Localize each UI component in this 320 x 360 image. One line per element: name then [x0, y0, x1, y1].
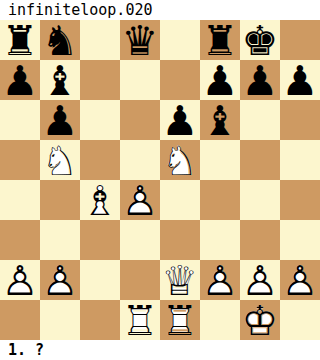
- white-pawn-piece: ♟♙: [120, 180, 160, 220]
- square-e8[interactable]: [160, 20, 200, 60]
- square-d3[interactable]: [120, 220, 160, 260]
- square-b7[interactable]: ♝: [40, 60, 80, 100]
- square-e2[interactable]: ♛♕: [160, 260, 200, 300]
- square-h8[interactable]: [280, 20, 320, 60]
- square-b4[interactable]: [40, 180, 80, 220]
- black-rook-piece: ♜: [0, 20, 40, 60]
- square-f1[interactable]: [200, 300, 240, 340]
- black-pawn-piece: ♟: [160, 100, 200, 140]
- square-a6[interactable]: [0, 100, 40, 140]
- square-g6[interactable]: [240, 100, 280, 140]
- black-bishop-piece: ♝: [200, 100, 240, 140]
- black-pawn-piece: ♟: [200, 60, 240, 100]
- square-d2[interactable]: [120, 260, 160, 300]
- white-king-piece: ♚♔: [240, 300, 280, 340]
- square-d1[interactable]: ♜♖: [120, 300, 160, 340]
- square-e7[interactable]: [160, 60, 200, 100]
- square-f5[interactable]: [200, 140, 240, 180]
- square-h4[interactable]: [280, 180, 320, 220]
- square-g1[interactable]: ♚♔: [240, 300, 280, 340]
- black-rook-piece: ♜: [200, 20, 240, 60]
- square-b8[interactable]: ♞: [40, 20, 80, 60]
- square-b6[interactable]: ♟: [40, 100, 80, 140]
- square-d7[interactable]: [120, 60, 160, 100]
- square-e6[interactable]: ♟: [160, 100, 200, 140]
- square-c3[interactable]: [80, 220, 120, 260]
- square-g8[interactable]: ♚: [240, 20, 280, 60]
- square-h7[interactable]: ♟: [280, 60, 320, 100]
- square-c8[interactable]: [80, 20, 120, 60]
- square-a2[interactable]: ♟♙: [0, 260, 40, 300]
- square-a4[interactable]: [0, 180, 40, 220]
- square-b5[interactable]: ♞♘: [40, 140, 80, 180]
- white-rook-piece: ♜♖: [120, 300, 160, 340]
- square-d6[interactable]: [120, 100, 160, 140]
- square-b1[interactable]: [40, 300, 80, 340]
- square-f8[interactable]: ♜: [200, 20, 240, 60]
- square-c1[interactable]: [80, 300, 120, 340]
- square-d4[interactable]: ♟♙: [120, 180, 160, 220]
- square-g4[interactable]: [240, 180, 280, 220]
- white-pawn-piece: ♟♙: [280, 260, 320, 300]
- square-f6[interactable]: ♝: [200, 100, 240, 140]
- chess-board: ♜♞♛♜♚♟♝♟♟♟♟♟♝♞♘♞♘♝♗♟♙♟♙♟♙♛♕♟♙♟♙♟♙♜♖♜♖♚♔: [0, 20, 320, 340]
- black-queen-piece: ♛: [120, 20, 160, 60]
- square-a7[interactable]: ♟: [0, 60, 40, 100]
- square-a1[interactable]: [0, 300, 40, 340]
- square-c7[interactable]: [80, 60, 120, 100]
- square-h6[interactable]: [280, 100, 320, 140]
- black-pawn-piece: ♟: [280, 60, 320, 100]
- black-pawn-piece: ♟: [240, 60, 280, 100]
- white-pawn-piece: ♟♙: [200, 260, 240, 300]
- square-a5[interactable]: [0, 140, 40, 180]
- white-pawn-piece: ♟♙: [0, 260, 40, 300]
- square-c6[interactable]: [80, 100, 120, 140]
- square-a8[interactable]: ♜: [0, 20, 40, 60]
- white-bishop-piece: ♝♗: [80, 180, 120, 220]
- black-pawn-piece: ♟: [40, 100, 80, 140]
- square-g2[interactable]: ♟♙: [240, 260, 280, 300]
- square-c4[interactable]: ♝♗: [80, 180, 120, 220]
- square-e4[interactable]: [160, 180, 200, 220]
- white-queen-piece: ♛♕: [160, 260, 200, 300]
- black-king-piece: ♚: [240, 20, 280, 60]
- black-knight-piece: ♞: [40, 20, 80, 60]
- white-knight-piece: ♞♘: [40, 140, 80, 180]
- white-knight-piece: ♞♘: [160, 140, 200, 180]
- square-b3[interactable]: [40, 220, 80, 260]
- square-c5[interactable]: [80, 140, 120, 180]
- square-f2[interactable]: ♟♙: [200, 260, 240, 300]
- square-f3[interactable]: [200, 220, 240, 260]
- square-d8[interactable]: ♛: [120, 20, 160, 60]
- square-d5[interactable]: [120, 140, 160, 180]
- white-rook-piece: ♜♖: [160, 300, 200, 340]
- square-b2[interactable]: ♟♙: [40, 260, 80, 300]
- square-g5[interactable]: [240, 140, 280, 180]
- square-e3[interactable]: [160, 220, 200, 260]
- square-g3[interactable]: [240, 220, 280, 260]
- square-h2[interactable]: ♟♙: [280, 260, 320, 300]
- square-e5[interactable]: ♞♘: [160, 140, 200, 180]
- white-pawn-piece: ♟♙: [240, 260, 280, 300]
- square-f7[interactable]: ♟: [200, 60, 240, 100]
- white-pawn-piece: ♟♙: [40, 260, 80, 300]
- square-h3[interactable]: [280, 220, 320, 260]
- square-g7[interactable]: ♟: [240, 60, 280, 100]
- black-bishop-piece: ♝: [40, 60, 80, 100]
- square-e1[interactable]: ♜♖: [160, 300, 200, 340]
- square-a3[interactable]: [0, 220, 40, 260]
- square-c2[interactable]: [80, 260, 120, 300]
- square-h5[interactable]: [280, 140, 320, 180]
- square-f4[interactable]: [200, 180, 240, 220]
- square-h1[interactable]: [280, 300, 320, 340]
- black-pawn-piece: ♟: [0, 60, 40, 100]
